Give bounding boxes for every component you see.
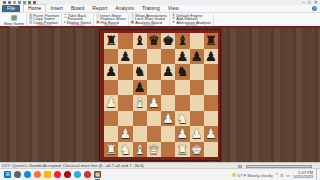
board-background: ♜♝♛♚♝♜♟♟♟♟♟♞♟♞♟♟♝♟♟♞♟♟♟♟♜♞♝♛♜♚ bbox=[0, 28, 320, 162]
square-f7[interactable]: ♟ bbox=[175, 49, 189, 65]
clock-date: 10/31/2023 bbox=[293, 175, 313, 180]
tray-chevron-icon[interactable]: ^ bbox=[276, 173, 278, 178]
square-d2[interactable] bbox=[147, 126, 161, 142]
white-pawn: ♟ bbox=[162, 112, 174, 125]
square-e8[interactable]: ♚ bbox=[161, 33, 175, 49]
tab-insert[interactable]: Insert bbox=[46, 5, 67, 12]
square-c4[interactable]: ♝ bbox=[133, 95, 147, 111]
new-game-icon: ▦ bbox=[11, 14, 18, 21]
square-f6[interactable]: ♞ bbox=[175, 64, 189, 80]
square-f3[interactable]: ♞ bbox=[175, 111, 189, 127]
square-g4[interactable] bbox=[190, 95, 204, 111]
square-a1[interactable]: ♜ bbox=[104, 142, 118, 158]
square-d6[interactable] bbox=[147, 64, 161, 80]
black-pawn: ♟ bbox=[205, 50, 217, 63]
tab-view[interactable]: View bbox=[164, 5, 183, 12]
square-d7[interactable] bbox=[147, 49, 161, 65]
ribbon: – □ ✕ File HomeInsertBoardReportAnalysis… bbox=[0, 0, 320, 28]
white-pawn: ♟ bbox=[120, 127, 132, 140]
explorer-icon[interactable] bbox=[44, 171, 51, 178]
square-f4[interactable] bbox=[175, 95, 189, 111]
square-e6[interactable]: ♟ bbox=[161, 64, 175, 80]
ribbon-group-notation: ☐Insert Move☐Replace Move▦Flip BoardNota… bbox=[94, 14, 129, 26]
square-d3[interactable] bbox=[147, 111, 161, 127]
square-h6[interactable] bbox=[204, 64, 218, 80]
tab-board[interactable]: Board bbox=[67, 5, 88, 12]
square-g2[interactable]: ♟ bbox=[190, 126, 204, 142]
white-pawn: ♟ bbox=[148, 96, 160, 109]
square-a2[interactable] bbox=[104, 126, 118, 142]
square-h7[interactable]: ♟ bbox=[204, 49, 218, 65]
open-icon[interactable] bbox=[13, 1, 16, 4]
ribbon-group-clipboard: ▤Paste Position▥Copy Game▥Copy PositionC… bbox=[27, 14, 62, 26]
square-c2[interactable] bbox=[133, 126, 147, 142]
square-a5[interactable] bbox=[104, 80, 118, 96]
square-d8[interactable]: ♛ bbox=[147, 33, 161, 49]
square-g7[interactable]: ♟ bbox=[190, 49, 204, 65]
network-icon[interactable]: ≋ bbox=[280, 173, 284, 178]
square-b3[interactable] bbox=[118, 111, 132, 127]
square-h2[interactable]: ♟ bbox=[204, 126, 218, 142]
taskbar-apps: ⊞▦ bbox=[0, 171, 101, 178]
square-e2[interactable] bbox=[161, 126, 175, 142]
white-pawn: ♟ bbox=[177, 127, 189, 140]
tab-report[interactable]: Report bbox=[88, 5, 111, 12]
black-pawn: ♟ bbox=[177, 50, 189, 63]
ribbon-group-engine: ♛Default Engine♛Add Kibitzer♛Alternative… bbox=[170, 14, 214, 26]
square-f8[interactable]: ♝ bbox=[175, 33, 189, 49]
square-e5[interactable] bbox=[161, 80, 175, 96]
square-g6[interactable] bbox=[190, 64, 204, 80]
board-frame: ♜♝♛♚♝♜♟♟♟♟♟♞♟♞♟♟♝♟♟♞♟♟♟♟♜♞♝♛♜♚ bbox=[99, 29, 221, 161]
square-a6[interactable]: ♟ bbox=[104, 64, 118, 80]
square-b5[interactable] bbox=[118, 80, 132, 96]
taskbar-tray-area: 67°F Mostly cloudy ^ ≋ ▭ 1:07 PM 10/31/2… bbox=[232, 169, 318, 180]
square-h1[interactable] bbox=[204, 142, 218, 158]
white-bishop: ♝ bbox=[134, 96, 146, 109]
black-knight: ♞ bbox=[134, 65, 146, 78]
ribbon-group-game: ▦New GameGame bbox=[2, 14, 27, 26]
ribbon-tabs: File HomeInsertBoardReportAnalysisTraini… bbox=[0, 5, 320, 13]
taskbar-clock[interactable]: 1:07 PM 10/31/2023 bbox=[293, 171, 313, 180]
black-pawn: ♟ bbox=[191, 50, 203, 63]
square-a8[interactable]: ♜ bbox=[104, 33, 118, 49]
square-f5[interactable] bbox=[175, 80, 189, 96]
square-b6[interactable] bbox=[118, 64, 132, 80]
white-pawn: ♟ bbox=[105, 96, 117, 109]
white-bishop: ♝ bbox=[134, 143, 146, 156]
white-knight: ♞ bbox=[120, 143, 132, 156]
start-icon-glyph: ⊞ bbox=[4, 171, 11, 178]
board-icon[interactable] bbox=[3, 1, 6, 4]
opera-icon[interactable] bbox=[54, 171, 61, 178]
mail-icon[interactable] bbox=[84, 171, 91, 178]
square-f1[interactable]: ♜ bbox=[175, 142, 189, 158]
chess-app-icon-glyph: ▦ bbox=[94, 171, 101, 178]
black-bishop: ♝ bbox=[134, 34, 146, 47]
black-pawn: ♟ bbox=[105, 65, 117, 78]
start-icon[interactable]: ⊞ bbox=[4, 171, 11, 178]
weather-widget[interactable]: 67°F Mostly cloudy bbox=[232, 173, 273, 178]
square-b7[interactable]: ♟ bbox=[118, 49, 132, 65]
ribbon-body: ▦New GameGame▤Paste Position▥Copy Game▥C… bbox=[0, 13, 320, 26]
square-c8[interactable]: ♝ bbox=[133, 33, 147, 49]
square-b8[interactable] bbox=[118, 33, 132, 49]
black-rook: ♜ bbox=[105, 34, 117, 47]
square-a4[interactable]: ♟ bbox=[104, 95, 118, 111]
media-icon[interactable] bbox=[64, 171, 71, 178]
square-c3[interactable] bbox=[133, 111, 147, 127]
square-g3[interactable] bbox=[190, 111, 204, 127]
white-queen: ♛ bbox=[148, 143, 160, 156]
square-h8[interactable]: ♜ bbox=[204, 33, 218, 49]
white-pawn: ♟ bbox=[191, 127, 203, 140]
white-king: ♚ bbox=[191, 143, 203, 156]
square-g1[interactable]: ♚ bbox=[190, 142, 204, 158]
black-queen: ♛ bbox=[148, 34, 160, 47]
square-h3[interactable] bbox=[204, 111, 218, 127]
weather-text: 67°F Mostly cloudy bbox=[237, 173, 272, 178]
chess-board: ♜♝♛♚♝♜♟♟♟♟♟♞♟♞♟♟♝♟♟♞♟♟♟♟♜♞♝♛♜♚ bbox=[104, 33, 218, 157]
square-e1[interactable] bbox=[161, 142, 175, 158]
white-knight: ♞ bbox=[177, 112, 189, 125]
tab-training[interactable]: Training bbox=[138, 5, 164, 12]
save-icon[interactable] bbox=[18, 1, 21, 4]
square-a7[interactable] bbox=[104, 49, 118, 65]
ribbon-group-playback: ↶Take Back↷Forward▸Replay GamePlayback bbox=[62, 14, 94, 26]
tab-analysis[interactable]: Analysis bbox=[111, 5, 138, 12]
square-d4[interactable]: ♟ bbox=[147, 95, 161, 111]
new-icon[interactable] bbox=[8, 1, 11, 4]
black-pawn: ♟ bbox=[134, 81, 146, 94]
square-c7[interactable] bbox=[133, 49, 147, 65]
square-b1[interactable]: ♞ bbox=[118, 142, 132, 158]
square-h4[interactable] bbox=[204, 95, 218, 111]
black-pawn: ♟ bbox=[162, 65, 174, 78]
edge-icon[interactable] bbox=[24, 171, 31, 178]
black-bishop: ♝ bbox=[177, 34, 189, 47]
battery-icon[interactable]: ▭ bbox=[286, 173, 290, 178]
chess-app-icon[interactable]: ▦ bbox=[94, 171, 101, 178]
square-b4[interactable] bbox=[118, 95, 132, 111]
weather-icon bbox=[232, 173, 236, 177]
square-c5[interactable]: ♟ bbox=[133, 80, 147, 96]
square-b2[interactable]: ♟ bbox=[118, 126, 132, 142]
square-g8[interactable] bbox=[190, 33, 204, 49]
file-menu-button[interactable]: File bbox=[2, 5, 20, 12]
square-d5[interactable] bbox=[147, 80, 161, 96]
black-king: ♚ bbox=[162, 34, 174, 47]
ribbon-group-training: ☐Show Annotations☐Lock Main Game▦Analysi… bbox=[129, 14, 170, 26]
square-c6[interactable]: ♞ bbox=[133, 64, 147, 80]
white-rook: ♜ bbox=[105, 143, 117, 156]
black-rook: ♜ bbox=[205, 34, 217, 47]
white-rook: ♜ bbox=[177, 143, 189, 156]
square-c1[interactable]: ♝ bbox=[133, 142, 147, 158]
white-pawn: ♟ bbox=[205, 127, 217, 140]
search-icon[interactable] bbox=[14, 171, 21, 178]
square-e3[interactable]: ♟ bbox=[161, 111, 175, 127]
firefox-icon[interactable] bbox=[34, 171, 41, 178]
square-e4[interactable] bbox=[161, 95, 175, 111]
telegram-icon[interactable] bbox=[74, 171, 81, 178]
black-pawn: ♟ bbox=[120, 50, 132, 63]
square-a3[interactable] bbox=[104, 111, 118, 127]
system-tray: ^ ≋ ▭ bbox=[276, 173, 290, 178]
square-d1[interactable]: ♛ bbox=[147, 142, 161, 158]
tab-home[interactable]: Home bbox=[23, 4, 46, 12]
square-h5[interactable] bbox=[204, 80, 218, 96]
square-e7[interactable] bbox=[161, 49, 175, 65]
square-g5[interactable] bbox=[190, 80, 204, 96]
show-desktop-button[interactable] bbox=[316, 169, 318, 180]
help-icon[interactable]: ? bbox=[312, 6, 317, 11]
taskbar: ⊞▦ 67°F Mostly cloudy ^ ≋ ▭ 1:07 PM 10/3… bbox=[0, 168, 320, 180]
black-knight: ♞ bbox=[177, 65, 189, 78]
square-f2[interactable]: ♟ bbox=[175, 126, 189, 142]
